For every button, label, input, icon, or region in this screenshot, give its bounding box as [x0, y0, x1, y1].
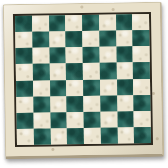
square-r5c8 [133, 78, 150, 94]
square-r7c5 [83, 111, 100, 127]
square-r1c6 [99, 14, 116, 30]
square-r1c2 [32, 16, 49, 32]
square-r4c2 [32, 64, 49, 80]
square-r4c8 [133, 62, 150, 78]
square-r2c4 [65, 31, 82, 47]
square-r3c2 [32, 48, 49, 64]
square-r7c7 [117, 111, 134, 127]
square-r5c6 [100, 79, 117, 95]
square-r6c8 [133, 95, 150, 111]
square-r5c5 [83, 79, 100, 95]
square-r6c7 [117, 95, 134, 111]
square-r2c5 [82, 31, 99, 47]
square-r3c6 [99, 47, 116, 63]
square-r1c3 [48, 15, 65, 31]
square-r4c4 [66, 63, 83, 79]
square-r2c6 [99, 31, 116, 47]
square-r2c1 [15, 32, 32, 48]
square-r4c5 [83, 63, 100, 79]
square-r7c6 [100, 111, 117, 127]
square-r8c6 [100, 127, 117, 143]
square-r6c1 [16, 96, 33, 112]
square-r6c5 [83, 95, 100, 111]
square-r7c8 [134, 111, 151, 127]
square-r6c6 [100, 95, 117, 111]
square-r8c3 [50, 128, 67, 144]
square-r1c4 [65, 15, 82, 31]
square-r4c3 [49, 64, 66, 80]
square-r1c5 [82, 15, 99, 31]
square-r7c1 [16, 113, 33, 129]
square-r8c7 [117, 127, 134, 143]
square-r3c5 [82, 47, 99, 63]
square-r5c3 [49, 80, 66, 96]
square-r7c4 [67, 112, 84, 128]
square-r4c7 [116, 63, 133, 79]
square-r2c7 [116, 30, 133, 46]
square-r2c3 [49, 31, 66, 47]
square-r1c1 [15, 16, 32, 32]
square-r1c7 [115, 14, 132, 30]
square-r8c5 [84, 128, 101, 144]
square-r3c4 [66, 47, 83, 63]
square-r1c8 [132, 14, 149, 30]
square-r5c7 [116, 79, 133, 95]
square-r3c7 [116, 46, 133, 62]
board-squares-grid [13, 12, 153, 147]
square-r7c3 [50, 112, 67, 128]
square-r6c3 [50, 96, 67, 112]
square-r5c2 [33, 80, 50, 96]
product-photo-background [0, 0, 168, 168]
square-r4c1 [16, 64, 33, 80]
square-r6c2 [33, 96, 50, 112]
square-r2c8 [132, 30, 149, 46]
square-r4c6 [99, 63, 116, 79]
square-r8c8 [134, 127, 151, 143]
square-r5c1 [16, 80, 33, 96]
square-r8c1 [17, 129, 34, 145]
square-r6c4 [66, 96, 83, 112]
square-r3c3 [49, 48, 66, 64]
chess-board [3, 2, 164, 159]
square-r3c8 [133, 46, 150, 62]
square-r8c4 [67, 128, 84, 144]
square-r3c1 [15, 48, 32, 64]
square-r8c2 [34, 128, 51, 144]
square-r2c2 [32, 32, 49, 48]
square-r7c2 [33, 112, 50, 128]
square-r5c4 [66, 80, 83, 96]
